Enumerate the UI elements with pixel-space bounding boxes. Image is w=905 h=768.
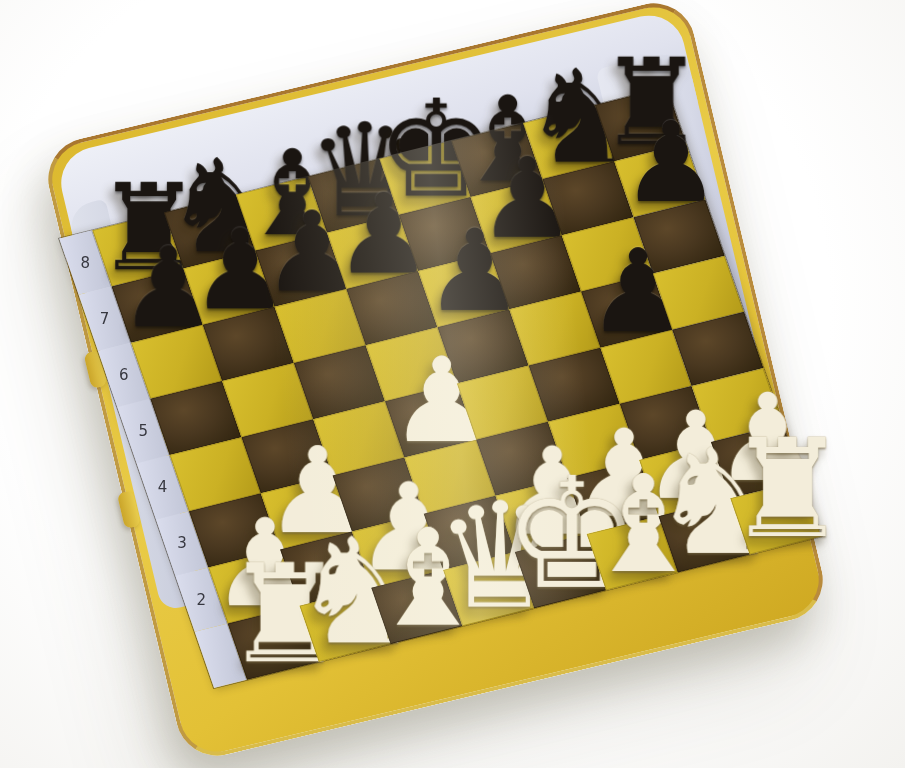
piece-black-pawn-h7[interactable]: ♟ xyxy=(571,113,771,213)
photo-backdrop: 8♜♞♝♛♚♝♞♜7♟♟♟♟♟♟6♟5♟4♟3♟2♟♟♟♟♟♟♜♞♝♛♚♝♞♜ xyxy=(0,0,905,768)
square-h1[interactable]: ♜ xyxy=(730,480,821,554)
piece-white-rook-h1[interactable]: ♜ xyxy=(687,428,887,550)
